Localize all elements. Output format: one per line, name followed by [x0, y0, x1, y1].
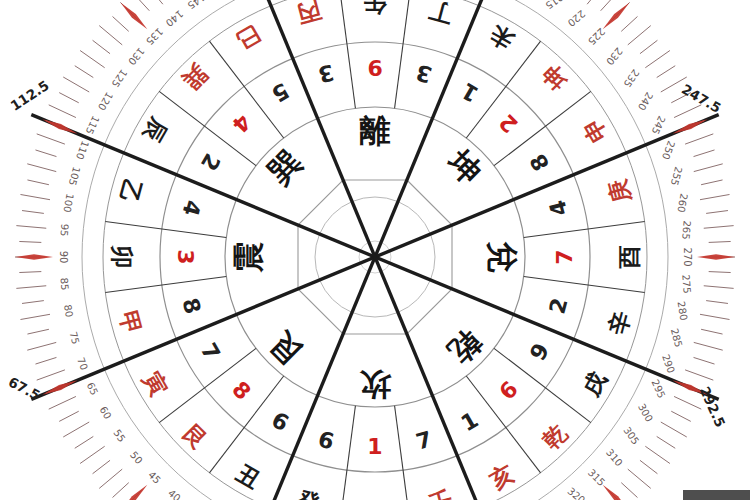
degree-label: 270 [682, 247, 692, 266]
mountain-14: 癸 [295, 488, 323, 500]
sector-number: 7 [554, 249, 576, 264]
bottom-edge-artifact [683, 490, 750, 500]
trigram-5: 坎 [360, 369, 391, 400]
mountain-1: 午 [364, 0, 387, 15]
mountain-19: 卯 [110, 246, 133, 269]
degree-label: 95 [59, 223, 70, 237]
trigram-3: 兌 [487, 242, 518, 273]
degree-label: 85 [59, 277, 70, 291]
mountain-7: 酉 [618, 246, 641, 269]
degree-label: 100 [61, 193, 74, 214]
trigram-7: 震 [233, 242, 264, 273]
trigram-1: 離 [360, 115, 391, 146]
mountain-8: 辛 [606, 309, 634, 337]
degree-label: 280 [676, 301, 689, 322]
sector-number: 9 [367, 56, 382, 78]
degree-label: 90 [58, 251, 68, 264]
sector-number: 1 [367, 436, 382, 458]
degree-label: 275 [680, 274, 692, 294]
degree-label: 265 [680, 220, 692, 240]
degree-label: 260 [676, 193, 689, 214]
degree-label: 80 [62, 304, 74, 318]
luopan-compass: 離坤兌乾坎艮震巽393128472961716687834245午丁未坤申庚酉辛… [0, 0, 750, 500]
sector-number: 3 [174, 249, 196, 264]
